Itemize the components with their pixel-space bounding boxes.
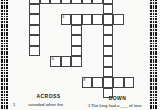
across-heading: ACROSS bbox=[11, 93, 86, 99]
grid-cell-r2c3[interactable]: 4 bbox=[61, 14, 72, 25]
crossword-grid: 468 bbox=[29, 0, 134, 98]
clue-number-6: 6 bbox=[52, 57, 54, 61]
grid-cell-r6c3[interactable] bbox=[61, 56, 72, 67]
grid-cell-r3c7[interactable] bbox=[103, 25, 114, 36]
grid-cell-r0c3[interactable] bbox=[61, 0, 72, 4]
grid-cell-r7c7[interactable] bbox=[103, 67, 114, 78]
down-clue-1-text: The king had a ___ of love bbox=[91, 103, 149, 108]
clue-number-8: 8 bbox=[83, 78, 85, 82]
grid-cell-r5c0[interactable] bbox=[29, 46, 40, 57]
down-clues-section: DOWN 1 The king had a ___ of love bbox=[86, 95, 149, 109]
grid-cell-r1c7[interactable] bbox=[103, 4, 114, 15]
grid-cell-r8c9[interactable] bbox=[124, 77, 135, 88]
across-clue-1-text: sounded when the bbox=[28, 102, 86, 107]
scanned-crossword-page: 468 ACROSS 1 sounded when the DOWN 1 The… bbox=[0, 0, 160, 110]
grid-cell-r4c0[interactable] bbox=[29, 35, 40, 46]
grid-cell-r6c2[interactable]: 6 bbox=[50, 56, 61, 67]
across-clues-section: ACROSS 1 sounded when the bbox=[11, 93, 86, 107]
grid-cell-r8c6[interactable] bbox=[92, 77, 103, 88]
decorative-border-left bbox=[0, 0, 8, 110]
grid-cell-r0c4[interactable] bbox=[71, 0, 82, 4]
grid-cell-r0c5[interactable] bbox=[82, 0, 93, 4]
grid-cell-r5c4[interactable] bbox=[71, 46, 82, 57]
grid-cell-r4c4[interactable] bbox=[71, 35, 82, 46]
grid-cell-r3c4[interactable] bbox=[71, 25, 82, 36]
across-clue-1-number: 1 bbox=[11, 102, 28, 107]
decorative-border-right bbox=[149, 0, 157, 110]
grid-cell-r1c0[interactable] bbox=[29, 4, 40, 15]
grid-cell-r3c0[interactable] bbox=[29, 25, 40, 36]
grid-cell-r0c6[interactable] bbox=[92, 0, 103, 4]
grid-cell-r2c5[interactable] bbox=[82, 14, 93, 25]
grid-cell-r0c2[interactable] bbox=[50, 0, 61, 4]
grid-cell-r8c5[interactable]: 8 bbox=[82, 77, 93, 88]
grid-cell-r2c0[interactable] bbox=[29, 14, 40, 25]
grid-cell-r2c7[interactable] bbox=[103, 14, 114, 25]
grid-cell-r4c7[interactable] bbox=[103, 35, 114, 46]
grid-cell-r2c8[interactable] bbox=[113, 14, 124, 25]
across-clue-1: 1 sounded when the bbox=[11, 102, 86, 107]
down-heading: DOWN bbox=[86, 95, 149, 101]
grid-cell-r5c7[interactable] bbox=[103, 46, 114, 57]
grid-cell-r6c7[interactable] bbox=[103, 56, 114, 67]
down-clue-1: 1 The king had a ___ of love bbox=[86, 103, 149, 108]
clue-number-4: 4 bbox=[62, 15, 64, 19]
grid-cell-r8c8[interactable] bbox=[113, 77, 124, 88]
grid-cell-r0c1[interactable] bbox=[40, 0, 51, 4]
grid-cell-r2c4[interactable] bbox=[71, 14, 82, 25]
grid-cell-r6c4[interactable] bbox=[71, 56, 82, 67]
grid-cell-r2c6[interactable] bbox=[92, 14, 103, 25]
grid-cell-r8c7[interactable] bbox=[103, 77, 114, 88]
